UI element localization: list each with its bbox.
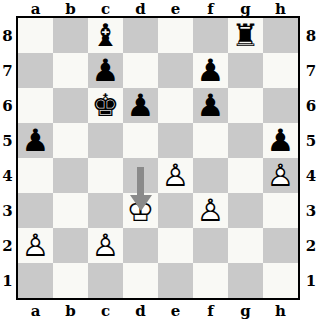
file-label-g: g [228,301,263,320]
square-d2[interactable] [123,228,158,263]
square-e7[interactable] [158,53,193,88]
square-a4[interactable] [18,158,53,193]
square-f8[interactable] [193,18,228,53]
square-h2[interactable] [263,228,298,263]
white-pawn-outline: ♙ [193,193,228,228]
square-h8[interactable] [263,18,298,53]
square-h6[interactable] [263,88,298,123]
square-c3[interactable] [88,193,123,228]
square-f1[interactable] [193,263,228,298]
file-labels-bottom: abcdefgh [18,301,298,320]
square-e6[interactable] [158,88,193,123]
white-pawn-outline: ♙ [263,158,298,193]
square-g3[interactable] [228,193,263,228]
square-g1[interactable] [228,263,263,298]
square-e8[interactable] [158,18,193,53]
move-arrow-head-icon [130,195,152,211]
rank-label-8: 8 [302,18,320,53]
square-a7[interactable] [18,53,53,88]
rank-label-5: 5 [0,123,15,158]
square-b3[interactable] [53,193,88,228]
square-e5[interactable] [158,123,193,158]
black-pawn[interactable]: ♟ [18,123,53,158]
white-pawn[interactable]: ♟♙ [193,193,228,228]
square-e2[interactable] [158,228,193,263]
square-a1[interactable] [18,263,53,298]
square-a3[interactable] [18,193,53,228]
white-pawn[interactable]: ♟♙ [158,158,193,193]
black-pawn[interactable]: ♟ [88,53,123,88]
square-g7[interactable] [228,53,263,88]
black-pawn[interactable]: ♟ [123,88,158,123]
square-b2[interactable] [53,228,88,263]
square-c1[interactable] [88,263,123,298]
rank-label-2: 2 [302,228,320,263]
rank-label-1: 1 [302,263,320,298]
square-a2[interactable]: ♟♙ [18,228,53,263]
square-g5[interactable] [228,123,263,158]
white-pawn-outline: ♙ [158,158,193,193]
square-g2[interactable] [228,228,263,263]
black-pawn[interactable]: ♟ [263,123,298,158]
black-bishop[interactable]: ♝ [88,18,123,53]
square-h7[interactable] [263,53,298,88]
square-e4[interactable]: ♟♙ [158,158,193,193]
square-g4[interactable] [228,158,263,193]
rank-label-7: 7 [302,53,320,88]
square-d1[interactable] [123,263,158,298]
square-b1[interactable] [53,263,88,298]
square-c5[interactable] [88,123,123,158]
file-label-c: c [88,301,123,320]
rank-label-6: 6 [0,88,15,123]
square-h1[interactable] [263,263,298,298]
black-pawn[interactable]: ♟ [193,88,228,123]
square-b5[interactable] [53,123,88,158]
square-h4[interactable]: ♟♙ [263,158,298,193]
square-f5[interactable] [193,123,228,158]
rank-label-2: 2 [0,228,15,263]
square-c7[interactable]: ♟ [88,53,123,88]
file-label-e: e [158,301,193,320]
square-g8[interactable]: ♜ [228,18,263,53]
square-a5[interactable]: ♟ [18,123,53,158]
square-b6[interactable] [53,88,88,123]
square-h3[interactable] [263,193,298,228]
white-pawn-outline: ♙ [88,228,123,263]
square-e3[interactable] [158,193,193,228]
square-a6[interactable] [18,88,53,123]
square-f4[interactable] [193,158,228,193]
square-f3[interactable]: ♟♙ [193,193,228,228]
square-d5[interactable] [123,123,158,158]
black-king[interactable]: ♚ [88,88,123,123]
file-labels-top: abcdefgh [18,0,298,15]
square-f6[interactable]: ♟ [193,88,228,123]
rank-label-1: 1 [0,263,15,298]
square-c4[interactable] [88,158,123,193]
square-a8[interactable] [18,18,53,53]
white-pawn[interactable]: ♟♙ [88,228,123,263]
square-b8[interactable] [53,18,88,53]
square-d7[interactable] [123,53,158,88]
rank-label-3: 3 [302,193,320,228]
square-f2[interactable] [193,228,228,263]
square-h5[interactable]: ♟ [263,123,298,158]
white-pawn[interactable]: ♟♙ [18,228,53,263]
file-label-f: f [193,301,228,320]
square-g6[interactable] [228,88,263,123]
file-label-b: b [53,301,88,320]
square-b7[interactable] [53,53,88,88]
black-rook[interactable]: ♜ [228,18,263,53]
rank-label-4: 4 [0,158,15,193]
square-c8[interactable]: ♝ [88,18,123,53]
rank-labels-right: 87654321 [302,18,320,298]
square-e1[interactable] [158,263,193,298]
rank-label-8: 8 [0,18,15,53]
file-label-a: a [18,301,53,320]
rank-labels-left: 87654321 [0,18,15,298]
chess-board: ♝♜♟♟♚♟♟♟♟♟♙♟♙♚♔♟♙♟♙♟♙ [16,16,300,300]
rank-label-5: 5 [302,123,320,158]
black-pawn[interactable]: ♟ [193,53,228,88]
rank-label-6: 6 [302,88,320,123]
square-f7[interactable]: ♟ [193,53,228,88]
rank-label-7: 7 [0,53,15,88]
chess-diagram: abcdefgh abcdefgh 87654321 87654321 ♝♜♟♟… [0,0,322,322]
rank-label-3: 3 [0,193,15,228]
square-d6[interactable]: ♟ [123,88,158,123]
file-label-h: h [263,301,298,320]
move-arrow-shaft [137,167,144,195]
square-b4[interactable] [53,158,88,193]
square-c6[interactable]: ♚ [88,88,123,123]
square-c2[interactable]: ♟♙ [88,228,123,263]
white-pawn-outline: ♙ [18,228,53,263]
rank-label-4: 4 [302,158,320,193]
file-label-d: d [123,301,158,320]
square-d8[interactable] [123,18,158,53]
white-pawn[interactable]: ♟♙ [263,158,298,193]
